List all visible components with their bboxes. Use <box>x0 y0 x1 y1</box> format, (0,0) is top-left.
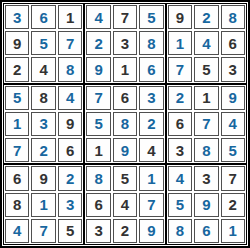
cell-r1c4[interactable]: 4 <box>86 5 110 29</box>
cell-r2c8[interactable]: 4 <box>194 31 218 55</box>
cell-r1c2[interactable]: 6 <box>31 5 55 29</box>
cell-r8c9[interactable]: 2 <box>221 193 245 217</box>
cell-r6c5[interactable]: 9 <box>113 138 137 162</box>
sudoku-box-1: 361957248 <box>3 3 84 84</box>
cell-r9c2[interactable]: 7 <box>31 219 55 243</box>
sudoku-box-7: 692813475 <box>3 164 84 245</box>
cell-r5c8[interactable]: 7 <box>194 112 218 136</box>
cell-r7c8[interactable]: 3 <box>194 166 218 190</box>
cell-r3c9[interactable]: 3 <box>221 57 245 81</box>
cell-r9c5[interactable]: 2 <box>113 219 137 243</box>
cell-r7c7[interactable]: 4 <box>168 166 192 190</box>
cell-r8c5[interactable]: 4 <box>113 193 137 217</box>
cell-r6c8[interactable]: 8 <box>194 138 218 162</box>
cell-r6c2[interactable]: 2 <box>31 138 55 162</box>
cell-r6c1[interactable]: 7 <box>5 138 29 162</box>
cell-r7c6[interactable]: 1 <box>139 166 163 190</box>
sudoku-box-9: 437592861 <box>166 164 247 245</box>
cell-r2c2[interactable]: 5 <box>31 31 55 55</box>
cell-r4c6[interactable]: 3 <box>139 86 163 110</box>
cell-r4c7[interactable]: 2 <box>168 86 192 110</box>
cell-r5c7[interactable]: 6 <box>168 112 192 136</box>
cell-r2c9[interactable]: 6 <box>221 31 245 55</box>
cell-r5c1[interactable]: 1 <box>5 112 29 136</box>
cell-r5c9[interactable]: 4 <box>221 112 245 136</box>
cell-r3c5[interactable]: 1 <box>113 57 137 81</box>
sudoku-board: 3619572484752389169281467535841397267635… <box>0 0 250 248</box>
cell-r7c3[interactable]: 2 <box>58 166 82 190</box>
cell-r6c9[interactable]: 5 <box>221 138 245 162</box>
cell-r2c5[interactable]: 3 <box>113 31 137 55</box>
cell-r4c1[interactable]: 5 <box>5 86 29 110</box>
cell-r8c2[interactable]: 1 <box>31 193 55 217</box>
cell-r8c3[interactable]: 3 <box>58 193 82 217</box>
cell-r2c4[interactable]: 2 <box>86 31 110 55</box>
cell-r3c3[interactable]: 8 <box>58 57 82 81</box>
cell-r6c6[interactable]: 4 <box>139 138 163 162</box>
cell-r4c2[interactable]: 8 <box>31 86 55 110</box>
sudoku-box-4: 584139726 <box>3 84 84 165</box>
cell-r8c7[interactable]: 5 <box>168 193 192 217</box>
cell-r4c5[interactable]: 6 <box>113 86 137 110</box>
cell-r2c6[interactable]: 8 <box>139 31 163 55</box>
cell-r3c8[interactable]: 5 <box>194 57 218 81</box>
cell-r9c7[interactable]: 8 <box>168 219 192 243</box>
cell-r4c3[interactable]: 4 <box>58 86 82 110</box>
cell-r2c7[interactable]: 1 <box>168 31 192 55</box>
cell-r2c3[interactable]: 7 <box>58 31 82 55</box>
cell-r7c9[interactable]: 7 <box>221 166 245 190</box>
cell-r3c6[interactable]: 6 <box>139 57 163 81</box>
cell-r6c4[interactable]: 1 <box>86 138 110 162</box>
cell-r5c3[interactable]: 9 <box>58 112 82 136</box>
cell-r1c9[interactable]: 8 <box>221 5 245 29</box>
cell-r3c1[interactable]: 2 <box>5 57 29 81</box>
cell-r7c5[interactable]: 5 <box>113 166 137 190</box>
cell-r3c7[interactable]: 7 <box>168 57 192 81</box>
cell-r3c2[interactable]: 4 <box>31 57 55 81</box>
cell-r2c1[interactable]: 9 <box>5 31 29 55</box>
cell-r1c1[interactable]: 3 <box>5 5 29 29</box>
cell-r4c8[interactable]: 1 <box>194 86 218 110</box>
cell-r8c1[interactable]: 8 <box>5 193 29 217</box>
cell-r1c5[interactable]: 7 <box>113 5 137 29</box>
sudoku-box-6: 219674385 <box>166 84 247 165</box>
sudoku-box-8: 851647329 <box>84 164 165 245</box>
cell-r6c3[interactable]: 6 <box>58 138 82 162</box>
cell-r7c2[interactable]: 9 <box>31 166 55 190</box>
sudoku-box-3: 928146753 <box>166 3 247 84</box>
cell-r1c7[interactable]: 9 <box>168 5 192 29</box>
cell-r1c3[interactable]: 1 <box>58 5 82 29</box>
sudoku-box-5: 763582194 <box>84 84 165 165</box>
cell-r1c8[interactable]: 2 <box>194 5 218 29</box>
cell-r5c4[interactable]: 5 <box>86 112 110 136</box>
cell-r8c6[interactable]: 7 <box>139 193 163 217</box>
sudoku-box-2: 475238916 <box>84 3 165 84</box>
cell-r6c7[interactable]: 3 <box>168 138 192 162</box>
cell-r1c6[interactable]: 5 <box>139 5 163 29</box>
cell-r9c6[interactable]: 9 <box>139 219 163 243</box>
cell-r7c1[interactable]: 6 <box>5 166 29 190</box>
cell-r8c8[interactable]: 9 <box>194 193 218 217</box>
cell-r4c4[interactable]: 7 <box>86 86 110 110</box>
cell-r5c5[interactable]: 8 <box>113 112 137 136</box>
cell-r7c4[interactable]: 8 <box>86 166 110 190</box>
cell-r5c2[interactable]: 3 <box>31 112 55 136</box>
cell-r9c3[interactable]: 5 <box>58 219 82 243</box>
cell-r8c4[interactable]: 6 <box>86 193 110 217</box>
cell-r3c4[interactable]: 9 <box>86 57 110 81</box>
cell-r9c9[interactable]: 1 <box>221 219 245 243</box>
cell-r9c1[interactable]: 4 <box>5 219 29 243</box>
cell-r9c8[interactable]: 6 <box>194 219 218 243</box>
cell-r5c6[interactable]: 2 <box>139 112 163 136</box>
cell-r9c4[interactable]: 3 <box>86 219 110 243</box>
cell-r4c9[interactable]: 9 <box>221 86 245 110</box>
